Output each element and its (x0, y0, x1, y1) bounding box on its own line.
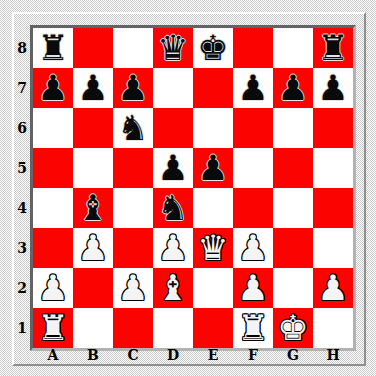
square-f3[interactable]: ♟ (233, 228, 273, 268)
square-a6[interactable] (33, 108, 73, 148)
chess-board-frame: ♜♛♚♜♟♟♟♟♟♟♞♟♟♝♞♟♟♛♟♟♟♝♟♟♜♜♚ (30, 25, 356, 351)
rank-labels: 87654321 (13, 28, 31, 348)
square-f5[interactable] (233, 148, 273, 188)
square-d4[interactable]: ♞ (153, 188, 193, 228)
square-c5[interactable] (113, 148, 153, 188)
square-h4[interactable] (313, 188, 353, 228)
square-e2[interactable] (193, 268, 233, 308)
square-c7[interactable]: ♟ (113, 68, 153, 108)
file-label-b: B (73, 347, 113, 363)
file-label-d: D (153, 347, 193, 363)
chess-board[interactable]: ♜♛♚♜♟♟♟♟♟♟♞♟♟♝♞♟♟♛♟♟♟♝♟♟♜♜♚ (33, 28, 353, 348)
square-c8[interactable] (113, 28, 153, 68)
file-labels: ABCDEFGH (33, 347, 353, 363)
piece-white-rook[interactable]: ♜ (233, 308, 273, 348)
piece-black-bishop[interactable]: ♝ (73, 188, 113, 228)
square-f2[interactable]: ♟ (233, 268, 273, 308)
square-e5[interactable]: ♟ (193, 148, 233, 188)
square-e4[interactable] (193, 188, 233, 228)
piece-white-pawn[interactable]: ♟ (153, 228, 193, 268)
piece-white-bishop[interactable]: ♝ (153, 268, 193, 308)
chess-app-window: 87654321 ♜♛♚♜♟♟♟♟♟♟♞♟♟♝♞♟♟♛♟♟♟♝♟♟♜♜♚ ABC… (0, 0, 376, 376)
square-e3[interactable]: ♛ (193, 228, 233, 268)
rank-label-7: 7 (13, 68, 31, 108)
piece-white-queen[interactable]: ♛ (193, 228, 233, 268)
rank-label-4: 4 (13, 188, 31, 228)
square-h3[interactable] (313, 228, 353, 268)
piece-white-pawn[interactable]: ♟ (233, 228, 273, 268)
piece-white-pawn[interactable]: ♟ (233, 268, 273, 308)
rank-label-8: 8 (13, 28, 31, 68)
rank-label-5: 5 (13, 148, 31, 188)
square-d1[interactable] (153, 308, 193, 348)
square-h7[interactable]: ♟ (313, 68, 353, 108)
square-h5[interactable] (313, 148, 353, 188)
piece-black-pawn[interactable]: ♟ (33, 68, 73, 108)
piece-black-rook[interactable]: ♜ (33, 28, 73, 68)
square-g3[interactable] (273, 228, 313, 268)
square-h8[interactable]: ♜ (313, 28, 353, 68)
square-b7[interactable]: ♟ (73, 68, 113, 108)
rank-label-6: 6 (13, 108, 31, 148)
square-h6[interactable] (313, 108, 353, 148)
square-f6[interactable] (233, 108, 273, 148)
square-f8[interactable] (233, 28, 273, 68)
piece-black-knight[interactable]: ♞ (113, 108, 153, 148)
square-f1[interactable]: ♜ (233, 308, 273, 348)
square-h1[interactable] (313, 308, 353, 348)
square-c3[interactable] (113, 228, 153, 268)
piece-white-pawn[interactable]: ♟ (73, 228, 113, 268)
piece-white-pawn[interactable]: ♟ (113, 268, 153, 308)
square-c1[interactable] (113, 308, 153, 348)
square-a8[interactable]: ♜ (33, 28, 73, 68)
piece-black-pawn[interactable]: ♟ (193, 148, 233, 188)
piece-black-pawn[interactable]: ♟ (313, 68, 353, 108)
file-label-a: A (33, 347, 73, 363)
square-a7[interactable]: ♟ (33, 68, 73, 108)
square-h2[interactable]: ♟ (313, 268, 353, 308)
square-e6[interactable] (193, 108, 233, 148)
square-g7[interactable]: ♟ (273, 68, 313, 108)
square-g6[interactable] (273, 108, 313, 148)
piece-black-pawn[interactable]: ♟ (73, 68, 113, 108)
piece-white-king[interactable]: ♚ (273, 308, 313, 348)
square-d3[interactable]: ♟ (153, 228, 193, 268)
square-f4[interactable] (233, 188, 273, 228)
file-label-c: C (113, 347, 153, 363)
square-f7[interactable]: ♟ (233, 68, 273, 108)
square-e7[interactable] (193, 68, 233, 108)
piece-black-rook[interactable]: ♜ (313, 28, 353, 68)
square-b6[interactable] (73, 108, 113, 148)
piece-black-king[interactable]: ♚ (193, 28, 233, 68)
square-a5[interactable] (33, 148, 73, 188)
rank-label-1: 1 (13, 308, 31, 348)
square-d7[interactable] (153, 68, 193, 108)
file-label-e: E (193, 347, 233, 363)
piece-white-pawn[interactable]: ♟ (313, 268, 353, 308)
square-d2[interactable]: ♝ (153, 268, 193, 308)
square-a2[interactable]: ♟ (33, 268, 73, 308)
piece-black-queen[interactable]: ♛ (153, 28, 193, 68)
file-label-g: G (273, 347, 313, 363)
square-b2[interactable] (73, 268, 113, 308)
piece-black-pawn[interactable]: ♟ (273, 68, 313, 108)
square-a4[interactable] (33, 188, 73, 228)
square-g8[interactable] (273, 28, 313, 68)
square-a1[interactable]: ♜ (33, 308, 73, 348)
square-g5[interactable] (273, 148, 313, 188)
square-c4[interactable] (113, 188, 153, 228)
piece-white-rook[interactable]: ♜ (33, 308, 73, 348)
square-b4[interactable]: ♝ (73, 188, 113, 228)
square-c6[interactable]: ♞ (113, 108, 153, 148)
square-g2[interactable] (273, 268, 313, 308)
rank-label-2: 2 (13, 268, 31, 308)
square-g4[interactable] (273, 188, 313, 228)
file-label-f: F (233, 347, 273, 363)
square-e1[interactable] (193, 308, 233, 348)
square-a3[interactable] (33, 228, 73, 268)
piece-black-knight[interactable]: ♞ (153, 188, 193, 228)
square-b3[interactable]: ♟ (73, 228, 113, 268)
file-label-h: H (313, 347, 353, 363)
square-d6[interactable] (153, 108, 193, 148)
rank-label-3: 3 (13, 228, 31, 268)
piece-black-pawn[interactable]: ♟ (113, 68, 153, 108)
square-b5[interactable] (73, 148, 113, 188)
square-g1[interactable]: ♚ (273, 308, 313, 348)
square-b8[interactable] (73, 28, 113, 68)
square-c2[interactable]: ♟ (113, 268, 153, 308)
piece-black-pawn[interactable]: ♟ (233, 68, 273, 108)
piece-white-pawn[interactable]: ♟ (33, 268, 73, 308)
square-d5[interactable]: ♟ (153, 148, 193, 188)
square-e8[interactable]: ♚ (193, 28, 233, 68)
square-d8[interactable]: ♛ (153, 28, 193, 68)
piece-black-pawn[interactable]: ♟ (153, 148, 193, 188)
square-b1[interactable] (73, 308, 113, 348)
